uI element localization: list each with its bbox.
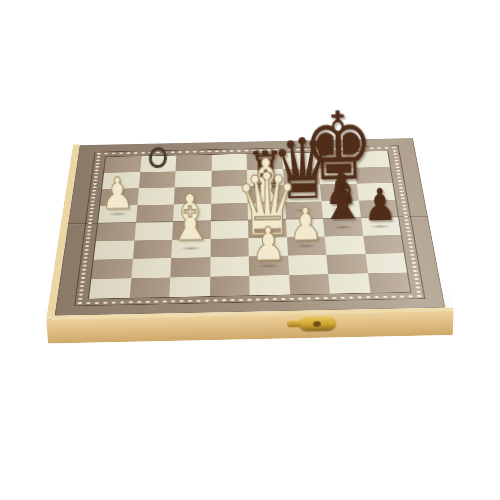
pawn-glyph: ♟ [250,221,286,268]
pawn-glyph: ♟ [288,202,323,248]
square-a5 [98,205,137,223]
square-c8 [176,155,212,171]
clasp-hook [287,321,301,328]
square-a7 [102,172,140,189]
brass-clasp [299,316,336,331]
product-photo: ♜♚♟♝♛♟♝♟♝♛♟♟ [0,0,500,500]
square-a6 [100,188,138,206]
pawn-glyph: ♟ [363,183,397,228]
square-a8 [104,156,141,173]
bishop-glyph: ♝ [166,186,215,251]
bishop-glyph: ♝ [318,165,366,229]
chess-board: ♜♚♟♝♛♟♝♟♝♛♟♟ [54,138,445,316]
